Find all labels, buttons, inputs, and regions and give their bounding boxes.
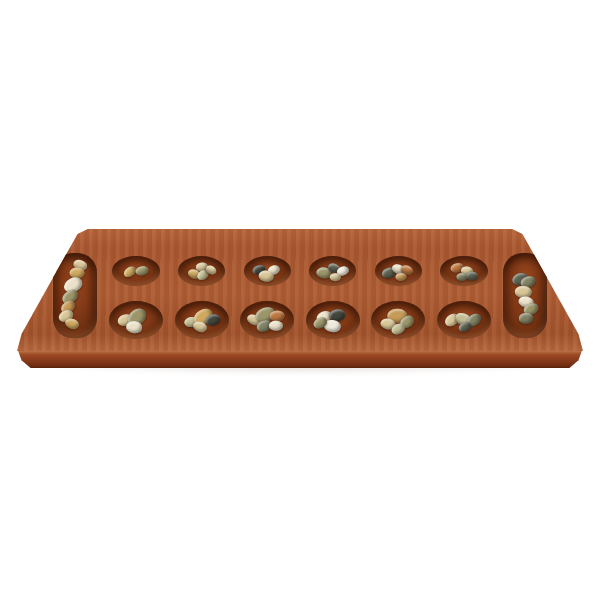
- store-right[interactable]: [503, 253, 547, 338]
- product-photo-stage: [0, 0, 600, 600]
- store-left[interactable]: [53, 253, 97, 338]
- stone-pebble: [269, 321, 283, 332]
- mancala-board-front-edge: [17, 351, 583, 368]
- pit-top-2[interactable]: [178, 256, 225, 286]
- stone-pebble: [125, 320, 142, 333]
- pit-top-3[interactable]: [244, 256, 291, 286]
- stone-pebble: [134, 266, 148, 278]
- pit-bottom-5[interactable]: [371, 301, 425, 339]
- stone-pebble: [269, 310, 284, 321]
- pit-bottom-3[interactable]: [240, 301, 294, 339]
- pit-grid: [48, 247, 552, 343]
- pit-bottom-4[interactable]: [306, 301, 360, 339]
- pit-bottom-6[interactable]: [437, 301, 491, 339]
- pit-bottom-1[interactable]: [109, 301, 163, 339]
- stone-pebble: [519, 313, 533, 323]
- pit-top-1[interactable]: [112, 256, 159, 286]
- stone-pebble: [457, 273, 468, 281]
- pit-top-4[interactable]: [309, 256, 356, 286]
- pit-top-6[interactable]: [440, 256, 487, 286]
- stone-pebble: [396, 273, 407, 281]
- stone-pebble: [466, 271, 479, 281]
- pit-top-5[interactable]: [375, 256, 422, 286]
- pit-bottom-2[interactable]: [175, 301, 229, 339]
- stone-pebble: [330, 274, 340, 282]
- mancala-board-top-surface: [17, 229, 583, 351]
- stone-pebble: [63, 317, 80, 332]
